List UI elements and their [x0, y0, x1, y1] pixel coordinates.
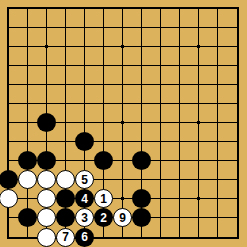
star-point [197, 121, 200, 124]
star-point [197, 197, 200, 200]
move-number: 6 [81, 231, 88, 243]
white-stone-move-7: 7 [56, 228, 75, 247]
white-stone [37, 228, 56, 247]
move-number: 1 [100, 193, 107, 205]
star-point [45, 45, 48, 48]
star-point [121, 121, 124, 124]
move-number: 2 [100, 212, 107, 224]
move-number: 9 [119, 212, 126, 224]
black-stone-move-6: 6 [75, 228, 94, 247]
star-point [121, 45, 124, 48]
move-number: 5 [81, 174, 88, 186]
go-board-diagram[interactable]: 54132976 [0, 0, 247, 247]
move-number: 3 [81, 212, 88, 224]
star-point [121, 197, 124, 200]
move-number: 7 [62, 231, 69, 243]
star-point [197, 45, 200, 48]
move-number: 4 [81, 193, 88, 205]
